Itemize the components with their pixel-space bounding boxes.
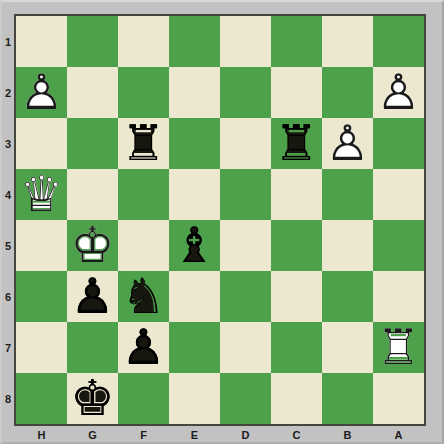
- board-frame: 12345678 ♟♙♟♙♜♖♜♖♟♙♛♕♚♔♝♗♟♙♞♘♟♙♜♖♚♔ HGFE…: [0, 0, 444, 444]
- square-b4[interactable]: [322, 169, 373, 220]
- square-f1[interactable]: [118, 16, 169, 67]
- piece-black-bishop[interactable]: ♝♗: [169, 220, 220, 271]
- file-label: F: [118, 426, 169, 444]
- square-c1[interactable]: [271, 16, 322, 67]
- square-a3[interactable]: [373, 118, 424, 169]
- piece-glyph-outline: ♗: [173, 220, 217, 271]
- piece-black-pawn[interactable]: ♟♙: [67, 271, 118, 322]
- piece-glyph-outline: ♖: [275, 118, 319, 169]
- square-e4[interactable]: [169, 169, 220, 220]
- rank-label: 5: [2, 220, 14, 271]
- file-label: D: [220, 426, 271, 444]
- piece-glyph-outline: ♙: [71, 271, 115, 322]
- rank-label: 1: [2, 16, 14, 67]
- square-e5[interactable]: ♝♗: [169, 220, 220, 271]
- file-label: C: [271, 426, 322, 444]
- square-c5[interactable]: [271, 220, 322, 271]
- square-e8[interactable]: [169, 373, 220, 424]
- piece-black-pawn[interactable]: ♟♙: [118, 322, 169, 373]
- square-f7[interactable]: ♟♙: [118, 322, 169, 373]
- rank-label: 2: [2, 67, 14, 118]
- square-h8[interactable]: [16, 373, 67, 424]
- square-e6[interactable]: [169, 271, 220, 322]
- file-label: H: [16, 426, 67, 444]
- square-d1[interactable]: [220, 16, 271, 67]
- square-f3[interactable]: ♜♖: [118, 118, 169, 169]
- file-label: E: [169, 426, 220, 444]
- square-g5[interactable]: ♚♔: [67, 220, 118, 271]
- square-d7[interactable]: [220, 322, 271, 373]
- square-c6[interactable]: [271, 271, 322, 322]
- square-c7[interactable]: [271, 322, 322, 373]
- rank-labels: 12345678: [2, 16, 14, 424]
- square-a4[interactable]: [373, 169, 424, 220]
- piece-glyph-outline: ♔: [71, 220, 115, 271]
- square-f5[interactable]: [118, 220, 169, 271]
- piece-black-knight[interactable]: ♞♘: [118, 271, 169, 322]
- piece-black-rook[interactable]: ♜♖: [118, 118, 169, 169]
- piece-white-pawn[interactable]: ♟♙: [322, 118, 373, 169]
- piece-glyph-outline: ♙: [326, 118, 370, 169]
- square-b1[interactable]: [322, 16, 373, 67]
- rank-label: 8: [2, 373, 14, 424]
- rank-label: 3: [2, 118, 14, 169]
- square-h3[interactable]: [16, 118, 67, 169]
- square-f6[interactable]: ♞♘: [118, 271, 169, 322]
- rank-label: 4: [2, 169, 14, 220]
- rank-label: 6: [2, 271, 14, 322]
- square-h7[interactable]: [16, 322, 67, 373]
- piece-glyph-outline: ♔: [71, 373, 115, 424]
- square-d3[interactable]: [220, 118, 271, 169]
- piece-glyph-outline: ♖: [122, 118, 166, 169]
- square-d8[interactable]: [220, 373, 271, 424]
- piece-black-king[interactable]: ♚♔: [67, 373, 118, 424]
- square-f8[interactable]: [118, 373, 169, 424]
- square-g7[interactable]: [67, 322, 118, 373]
- piece-glyph-outline: ♕: [20, 169, 64, 220]
- file-label: G: [67, 426, 118, 444]
- square-c4[interactable]: [271, 169, 322, 220]
- chess-board: ♟♙♟♙♜♖♜♖♟♙♛♕♚♔♝♗♟♙♞♘♟♙♜♖♚♔: [14, 14, 426, 426]
- square-a8[interactable]: [373, 373, 424, 424]
- piece-white-pawn[interactable]: ♟♙: [373, 67, 424, 118]
- file-label: A: [373, 426, 424, 444]
- file-labels: HGFEDCBA: [16, 426, 424, 444]
- square-a6[interactable]: [373, 271, 424, 322]
- square-d5[interactable]: [220, 220, 271, 271]
- square-b2[interactable]: [322, 67, 373, 118]
- square-g6[interactable]: ♟♙: [67, 271, 118, 322]
- square-h5[interactable]: [16, 220, 67, 271]
- file-label: B: [322, 426, 373, 444]
- square-g2[interactable]: [67, 67, 118, 118]
- square-h1[interactable]: [16, 16, 67, 67]
- square-e2[interactable]: [169, 67, 220, 118]
- square-g3[interactable]: [67, 118, 118, 169]
- square-c2[interactable]: [271, 67, 322, 118]
- square-d2[interactable]: [220, 67, 271, 118]
- square-g8[interactable]: ♚♔: [67, 373, 118, 424]
- square-h4[interactable]: ♛♕: [16, 169, 67, 220]
- square-e7[interactable]: [169, 322, 220, 373]
- square-f2[interactable]: [118, 67, 169, 118]
- piece-glyph-outline: ♙: [377, 67, 421, 118]
- piece-glyph-outline: ♙: [20, 67, 64, 118]
- square-b3[interactable]: ♟♙: [322, 118, 373, 169]
- square-a7[interactable]: ♜♖: [373, 322, 424, 373]
- square-d6[interactable]: [220, 271, 271, 322]
- square-a1[interactable]: [373, 16, 424, 67]
- piece-white-pawn[interactable]: ♟♙: [16, 67, 67, 118]
- square-a2[interactable]: ♟♙: [373, 67, 424, 118]
- square-g4[interactable]: [67, 169, 118, 220]
- piece-white-rook[interactable]: ♜♖: [373, 322, 424, 373]
- square-b6[interactable]: [322, 271, 373, 322]
- square-e3[interactable]: [169, 118, 220, 169]
- square-e1[interactable]: [169, 16, 220, 67]
- square-c8[interactable]: [271, 373, 322, 424]
- square-c3[interactable]: ♜♖: [271, 118, 322, 169]
- piece-white-king[interactable]: ♚♔: [67, 220, 118, 271]
- piece-black-rook[interactable]: ♜♖: [271, 118, 322, 169]
- square-b7[interactable]: [322, 322, 373, 373]
- square-b5[interactable]: [322, 220, 373, 271]
- square-d4[interactable]: [220, 169, 271, 220]
- piece-glyph-outline: ♙: [122, 322, 166, 373]
- rank-label: 7: [2, 322, 14, 373]
- piece-white-queen[interactable]: ♛♕: [16, 169, 67, 220]
- square-h6[interactable]: [16, 271, 67, 322]
- square-g1[interactable]: [67, 16, 118, 67]
- square-h2[interactable]: ♟♙: [16, 67, 67, 118]
- square-f4[interactable]: [118, 169, 169, 220]
- square-a5[interactable]: [373, 220, 424, 271]
- piece-glyph-outline: ♘: [122, 271, 166, 322]
- piece-glyph-outline: ♖: [377, 322, 421, 373]
- square-b8[interactable]: [322, 373, 373, 424]
